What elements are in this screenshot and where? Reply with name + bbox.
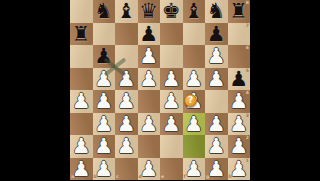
square-f1[interactable]: ♟f bbox=[183, 158, 206, 181]
square-a3[interactable] bbox=[70, 113, 93, 136]
white-pawn[interactable]: ♟ bbox=[160, 68, 183, 91]
square-f3[interactable]: ♟ bbox=[183, 113, 206, 136]
white-pawn[interactable]: ♟ bbox=[115, 113, 138, 136]
black-knight[interactable]: ♞ bbox=[205, 0, 228, 23]
coordinate-file-f: f bbox=[184, 175, 186, 180]
square-d7[interactable]: ♟ bbox=[138, 23, 161, 46]
white-pawn[interactable]: ♟ bbox=[183, 68, 206, 91]
square-b4[interactable]: ♟ bbox=[93, 90, 116, 113]
square-b2[interactable]: ♟ bbox=[93, 135, 116, 158]
square-h1[interactable]: ♟h1 bbox=[228, 158, 251, 181]
white-pawn[interactable]: ♟ bbox=[93, 113, 116, 136]
square-c3[interactable]: ♟ bbox=[115, 113, 138, 136]
square-b5[interactable]: ♟ bbox=[93, 68, 116, 91]
white-pawn[interactable]: ♟ bbox=[115, 90, 138, 113]
square-f2[interactable] bbox=[183, 135, 206, 158]
square-g6[interactable]: ♟ bbox=[205, 45, 228, 68]
coordinate-rank-5: 5 bbox=[246, 69, 249, 74]
coordinate-rank-7: 7 bbox=[246, 24, 249, 29]
coordinate-file-d: d bbox=[139, 175, 142, 180]
square-e3[interactable]: ♟ bbox=[160, 113, 183, 136]
square-d6[interactable]: ♟ bbox=[138, 45, 161, 68]
square-a1[interactable]: ♟a bbox=[70, 158, 93, 181]
app-window: ♞♝♛♚♝♞♜8♜♟♟7♟♟♟6♟♟♟♟♟♟♟5♟♟♟♟♟♟4♟♟♟♟♟♟♟3♟… bbox=[0, 0, 320, 180]
white-pawn[interactable]: ♟ bbox=[160, 90, 183, 113]
white-pawn[interactable]: ♟ bbox=[70, 135, 93, 158]
square-h2[interactable]: ♟2 bbox=[228, 135, 251, 158]
square-d8[interactable]: ♛ bbox=[138, 0, 161, 23]
square-c7[interactable] bbox=[115, 23, 138, 46]
square-f8[interactable]: ♝ bbox=[183, 0, 206, 23]
square-c4[interactable]: ♟ bbox=[115, 90, 138, 113]
white-pawn[interactable]: ♟ bbox=[138, 68, 161, 91]
square-b3[interactable]: ♟ bbox=[93, 113, 116, 136]
coordinate-file-e: e bbox=[161, 175, 164, 180]
square-c6[interactable] bbox=[115, 45, 138, 68]
white-pawn[interactable]: ♟ bbox=[93, 90, 116, 113]
square-e1[interactable]: e bbox=[160, 158, 183, 181]
black-bishop[interactable]: ♝ bbox=[183, 0, 206, 23]
square-c1[interactable]: c bbox=[115, 158, 138, 181]
white-pawn[interactable]: ♟ bbox=[70, 90, 93, 113]
coordinate-rank-2: 2 bbox=[246, 136, 249, 141]
white-pawn[interactable]: ♟ bbox=[138, 45, 161, 68]
coordinate-rank-1: 1 bbox=[246, 159, 249, 164]
square-e5[interactable]: ♟ bbox=[160, 68, 183, 91]
coordinate-rank-4: 4 bbox=[246, 91, 249, 96]
black-pawn[interactable]: ♟ bbox=[93, 45, 116, 68]
square-f4[interactable]: ♟ bbox=[183, 90, 206, 113]
white-pawn[interactable]: ♟ bbox=[93, 68, 116, 91]
coordinate-rank-8: 8 bbox=[246, 1, 249, 6]
square-d1[interactable]: ♟d bbox=[138, 158, 161, 181]
square-e6[interactable] bbox=[160, 45, 183, 68]
square-b1[interactable]: ♟b bbox=[93, 158, 116, 181]
square-g8[interactable]: ♞ bbox=[205, 0, 228, 23]
white-pawn[interactable]: ♟ bbox=[205, 135, 228, 158]
square-c2[interactable]: ♟ bbox=[115, 135, 138, 158]
square-h4[interactable]: ♟4 bbox=[228, 90, 251, 113]
coordinate-rank-3: 3 bbox=[246, 114, 249, 119]
square-d5[interactable]: ♟ bbox=[138, 68, 161, 91]
square-a5[interactable] bbox=[70, 68, 93, 91]
coordinate-file-a: a bbox=[71, 175, 74, 180]
white-pawn[interactable]: ♟ bbox=[138, 113, 161, 136]
square-a7[interactable]: ♜ bbox=[70, 23, 93, 46]
square-g4[interactable] bbox=[205, 90, 228, 113]
white-pawn[interactable]: ♟ bbox=[183, 158, 206, 181]
square-e2[interactable] bbox=[160, 135, 183, 158]
black-knight[interactable]: ♞ bbox=[93, 0, 116, 23]
black-pawn[interactable]: ♟ bbox=[205, 23, 228, 46]
white-pawn[interactable]: ♟ bbox=[205, 68, 228, 91]
coordinate-file-c: c bbox=[116, 175, 119, 180]
square-h5[interactable]: ♟5 bbox=[228, 68, 251, 91]
black-queen[interactable]: ♛ bbox=[138, 0, 161, 23]
black-bishop[interactable]: ♝ bbox=[115, 0, 138, 23]
chess-board: ♞♝♛♚♝♞♜8♜♟♟7♟♟♟6♟♟♟♟♟♟♟5♟♟♟♟♟♟4♟♟♟♟♟♟♟3♟… bbox=[70, 0, 250, 180]
white-pawn[interactable]: ♟ bbox=[183, 90, 206, 113]
square-d3[interactable]: ♟ bbox=[138, 113, 161, 136]
square-a4[interactable]: ♟ bbox=[70, 90, 93, 113]
square-c5[interactable]: ♟ bbox=[115, 68, 138, 91]
white-pawn[interactable]: ♟ bbox=[205, 45, 228, 68]
black-king[interactable]: ♚ bbox=[160, 0, 183, 23]
coordinate-file-h: h bbox=[229, 175, 232, 180]
white-pawn[interactable]: ♟ bbox=[205, 113, 228, 136]
square-f5[interactable]: ♟ bbox=[183, 68, 206, 91]
square-c8[interactable]: ♝ bbox=[115, 0, 138, 23]
square-a2[interactable]: ♟ bbox=[70, 135, 93, 158]
square-b6[interactable]: ♟ bbox=[93, 45, 116, 68]
square-e7[interactable] bbox=[160, 23, 183, 46]
square-g1[interactable]: ♟g bbox=[205, 158, 228, 181]
square-g5[interactable]: ♟ bbox=[205, 68, 228, 91]
coordinate-rank-6: 6 bbox=[246, 46, 249, 51]
square-e4[interactable]: ♟ bbox=[160, 90, 183, 113]
square-f6[interactable] bbox=[183, 45, 206, 68]
square-e8[interactable]: ♚ bbox=[160, 0, 183, 23]
white-pawn[interactable]: ♟ bbox=[93, 135, 116, 158]
square-g7[interactable]: ♟ bbox=[205, 23, 228, 46]
square-g3[interactable]: ♟ bbox=[205, 113, 228, 136]
square-h6[interactable]: 6 bbox=[228, 45, 251, 68]
white-pawn[interactable]: ♟ bbox=[115, 68, 138, 91]
square-d4[interactable] bbox=[138, 90, 161, 113]
square-b7[interactable] bbox=[93, 23, 116, 46]
white-pawn[interactable]: ♟ bbox=[160, 113, 183, 136]
square-g2[interactable]: ♟ bbox=[205, 135, 228, 158]
black-pawn[interactable]: ♟ bbox=[138, 23, 161, 46]
square-h8[interactable]: ♜8 bbox=[228, 0, 251, 23]
square-h3[interactable]: ♟3 bbox=[228, 113, 251, 136]
square-h7[interactable]: 7 bbox=[228, 23, 251, 46]
black-rook[interactable]: ♜ bbox=[70, 23, 93, 46]
square-a6[interactable] bbox=[70, 45, 93, 68]
square-a8[interactable] bbox=[70, 0, 93, 23]
white-pawn[interactable]: ♟ bbox=[183, 113, 206, 136]
square-d2[interactable] bbox=[138, 135, 161, 158]
square-b8[interactable]: ♞ bbox=[93, 0, 116, 23]
coordinate-file-b: b bbox=[94, 175, 97, 180]
white-pawn[interactable]: ♟ bbox=[115, 135, 138, 158]
coordinate-file-g: g bbox=[206, 175, 209, 180]
square-f7[interactable] bbox=[183, 23, 206, 46]
